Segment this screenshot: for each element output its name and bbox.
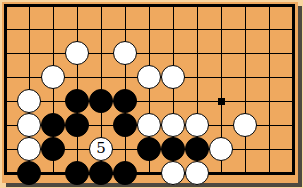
go-board[interactable]: 5 (2, 2, 298, 183)
black-stone (137, 137, 161, 161)
board-edge-line-horizontal (4, 4, 295, 7)
black-stone (65, 161, 89, 185)
white-stone (233, 113, 257, 137)
black-stone (89, 89, 113, 113)
grid-line-horizontal (4, 101, 295, 102)
black-stone (161, 137, 185, 161)
black-stone (65, 89, 89, 113)
white-stone (185, 161, 209, 185)
go-diagram: 5 (0, 0, 303, 188)
white-stone (209, 137, 233, 161)
black-stone (65, 113, 89, 137)
move-number-label: 5 (96, 141, 106, 157)
white-stone (185, 113, 209, 137)
grid-line-horizontal (4, 53, 295, 54)
black-stone (41, 113, 65, 137)
black-stone (185, 137, 209, 161)
grid-line-horizontal (4, 29, 295, 30)
white-stone (41, 65, 65, 89)
star-point (218, 98, 225, 105)
white-stone (17, 89, 41, 113)
white-stone (137, 113, 161, 137)
black-stone (113, 89, 137, 113)
black-stone (41, 137, 65, 161)
black-stone (113, 113, 137, 137)
black-stone (17, 161, 41, 185)
white-stone (17, 113, 41, 137)
numbered-white-stone: 5 (89, 137, 113, 161)
white-stone (17, 137, 41, 161)
black-stone (89, 161, 113, 185)
white-stone (161, 161, 185, 185)
black-stone (113, 161, 137, 185)
white-stone (137, 65, 161, 89)
white-stone (161, 65, 185, 89)
white-stone (65, 41, 89, 65)
board-edge-line-horizontal (4, 172, 295, 175)
white-stone (113, 41, 137, 65)
white-stone (161, 113, 185, 137)
